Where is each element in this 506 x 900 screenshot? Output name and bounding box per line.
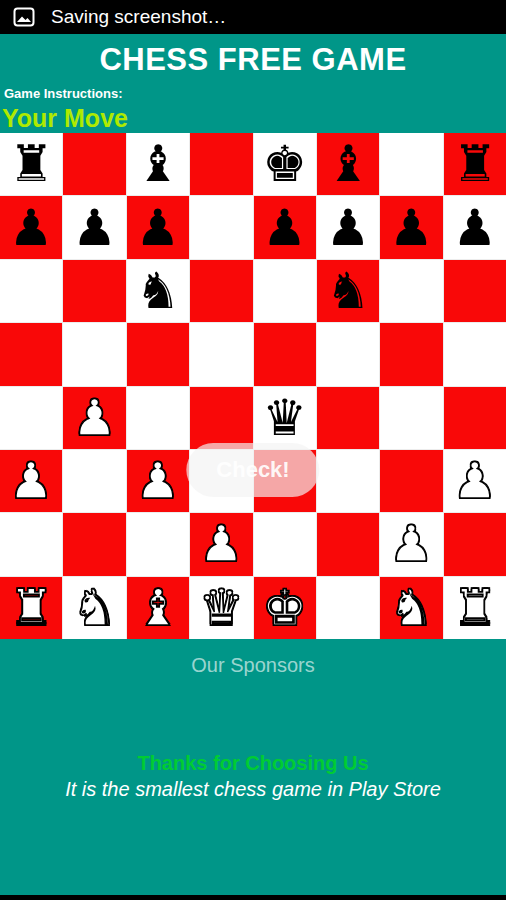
square-d1[interactable]: ♛ — [190, 577, 252, 639]
square-c1[interactable]: ♝ — [127, 577, 189, 639]
black-rook: ♜ — [9, 139, 54, 189]
square-g4[interactable] — [380, 387, 442, 449]
square-c6[interactable]: ♞ — [127, 260, 189, 322]
black-knight: ♞ — [136, 266, 181, 316]
square-f1[interactable] — [317, 577, 379, 639]
square-e4[interactable]: ♛ — [254, 387, 316, 449]
square-c8[interactable]: ♝ — [127, 133, 189, 195]
image-icon — [13, 7, 35, 27]
black-bishop: ♝ — [326, 139, 371, 189]
black-pawn: ♟ — [389, 203, 434, 253]
instructions-label: Game Instructions: — [4, 86, 122, 101]
square-d5[interactable] — [190, 323, 252, 385]
white-king: ♚ — [262, 583, 307, 633]
square-f4[interactable] — [317, 387, 379, 449]
black-pawn: ♟ — [136, 203, 181, 253]
square-f5[interactable] — [317, 323, 379, 385]
square-f3[interactable] — [317, 450, 379, 512]
square-f6[interactable]: ♞ — [317, 260, 379, 322]
square-e8[interactable]: ♚ — [254, 133, 316, 195]
black-pawn: ♟ — [452, 203, 497, 253]
white-pawn: ♟ — [389, 519, 434, 569]
white-pawn: ♟ — [136, 456, 181, 506]
white-knight: ♞ — [72, 583, 117, 633]
app-screen: Saving screenshot… CHESS FREE GAME Game … — [0, 0, 506, 900]
app-title: CHESS FREE GAME — [0, 42, 506, 78]
black-rook: ♜ — [452, 139, 497, 189]
square-b1[interactable]: ♞ — [63, 577, 125, 639]
header: CHESS FREE GAME Game Instructions: Your … — [0, 34, 506, 133]
square-e7[interactable]: ♟ — [254, 196, 316, 258]
square-b4[interactable]: ♟ — [63, 387, 125, 449]
square-a8[interactable]: ♜ — [0, 133, 62, 195]
black-pawn: ♟ — [262, 203, 307, 253]
square-d4[interactable] — [190, 387, 252, 449]
square-h7[interactable]: ♟ — [444, 196, 506, 258]
square-e1[interactable]: ♚ — [254, 577, 316, 639]
black-queen: ♛ — [262, 393, 307, 443]
square-d7[interactable] — [190, 196, 252, 258]
square-a2[interactable] — [0, 513, 62, 575]
tagline-text: It is the smallest chess game in Play St… — [0, 778, 506, 801]
square-h8[interactable]: ♜ — [444, 133, 506, 195]
white-knight: ♞ — [389, 583, 434, 633]
black-knight: ♞ — [326, 266, 371, 316]
square-c2[interactable] — [127, 513, 189, 575]
square-e2[interactable] — [254, 513, 316, 575]
footer: Our Sponsors Thanks for Choosing Us It i… — [0, 639, 506, 895]
square-g6[interactable] — [380, 260, 442, 322]
square-f8[interactable]: ♝ — [317, 133, 379, 195]
square-b5[interactable] — [63, 323, 125, 385]
square-g7[interactable]: ♟ — [380, 196, 442, 258]
square-b3[interactable] — [63, 450, 125, 512]
bottom-bar — [0, 895, 506, 900]
white-rook: ♜ — [9, 583, 54, 633]
square-f2[interactable] — [317, 513, 379, 575]
status-bar: Saving screenshot… — [0, 0, 506, 34]
thanks-text: Thanks for Choosing Us — [0, 752, 506, 775]
square-g5[interactable] — [380, 323, 442, 385]
square-b2[interactable] — [63, 513, 125, 575]
square-a4[interactable] — [0, 387, 62, 449]
square-h6[interactable] — [444, 260, 506, 322]
black-pawn: ♟ — [72, 203, 117, 253]
square-h3[interactable]: ♟ — [444, 450, 506, 512]
square-b6[interactable] — [63, 260, 125, 322]
square-d8[interactable] — [190, 133, 252, 195]
square-c5[interactable] — [127, 323, 189, 385]
square-e6[interactable] — [254, 260, 316, 322]
black-bishop: ♝ — [136, 139, 181, 189]
square-h5[interactable] — [444, 323, 506, 385]
square-a6[interactable] — [0, 260, 62, 322]
white-pawn: ♟ — [9, 456, 54, 506]
check-toast: Check! — [186, 443, 319, 497]
square-h1[interactable]: ♜ — [444, 577, 506, 639]
chess-board: ♜♝♚♝♜♟♟♟♟♟♟♟♞♞♟♛♟♟♟♟♟♜♞♝♛♚♞♜ — [0, 133, 506, 639]
square-c3[interactable]: ♟ — [127, 450, 189, 512]
square-d2[interactable]: ♟ — [190, 513, 252, 575]
white-rook: ♜ — [452, 583, 497, 633]
black-king: ♚ — [262, 139, 307, 189]
square-g8[interactable] — [380, 133, 442, 195]
status-bar-text: Saving screenshot… — [51, 6, 226, 28]
square-e5[interactable] — [254, 323, 316, 385]
black-pawn: ♟ — [9, 203, 54, 253]
square-g1[interactable]: ♞ — [380, 577, 442, 639]
white-bishop: ♝ — [136, 583, 181, 633]
white-pawn: ♟ — [452, 456, 497, 506]
square-g3[interactable] — [380, 450, 442, 512]
square-g2[interactable]: ♟ — [380, 513, 442, 575]
square-d6[interactable] — [190, 260, 252, 322]
square-a1[interactable]: ♜ — [0, 577, 62, 639]
white-queen: ♛ — [199, 583, 244, 633]
square-c4[interactable] — [127, 387, 189, 449]
sponsors-label: Our Sponsors — [0, 654, 506, 677]
square-f7[interactable]: ♟ — [317, 196, 379, 258]
square-a7[interactable]: ♟ — [0, 196, 62, 258]
square-h2[interactable] — [444, 513, 506, 575]
square-a3[interactable]: ♟ — [0, 450, 62, 512]
square-h4[interactable] — [444, 387, 506, 449]
square-a5[interactable] — [0, 323, 62, 385]
square-b8[interactable] — [63, 133, 125, 195]
square-b7[interactable]: ♟ — [63, 196, 125, 258]
turn-indicator: Your Move — [2, 104, 128, 133]
white-pawn: ♟ — [72, 393, 117, 443]
white-pawn: ♟ — [199, 519, 244, 569]
square-c7[interactable]: ♟ — [127, 196, 189, 258]
black-pawn: ♟ — [326, 203, 371, 253]
